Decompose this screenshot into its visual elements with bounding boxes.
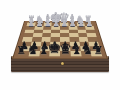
black-bishop-c8: ♝: [71, 43, 83, 56]
white-pawn-g2: ♟: [36, 20, 43, 28]
black-rook-h8: ♜: [17, 45, 27, 56]
white-pawn-d2: ♟: [61, 20, 68, 28]
pieces-layer: ♜♞♝♚♛♝♞♜♟♟♟♟♟♟♟♟♟♟♟♟♟♟♟♟♜♞♝♚♛♝♞♜: [0, 0, 120, 90]
white-pawn-b2: ♟: [78, 20, 85, 28]
black-rook-a8: ♜: [94, 45, 104, 56]
white-pawn-c2: ♟: [69, 20, 76, 28]
white-pawn-f2: ♟: [44, 20, 51, 28]
white-pawn-h2: ♟: [28, 20, 35, 28]
black-knight-b8: ♞: [82, 44, 93, 57]
white-pawn-e2: ♟: [53, 20, 60, 28]
black-knight-g8: ♞: [27, 44, 38, 57]
white-pawn-a2: ♟: [86, 20, 93, 28]
photo-background: ♜♞♝♚♛♝♞♜♟♟♟♟♟♟♟♟♟♟♟♟♟♟♟♟♜♞♝♚♛♝♞♜: [0, 0, 120, 90]
